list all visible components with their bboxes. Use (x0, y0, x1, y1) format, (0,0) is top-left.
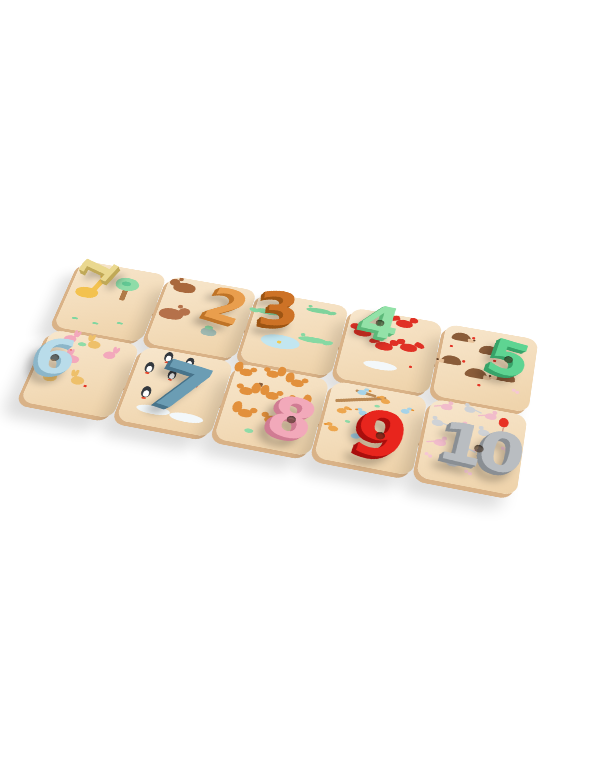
berry-icon (83, 385, 87, 388)
puzzle-tile-4[interactable]: 4 (334, 307, 443, 394)
rabbit-icon (87, 340, 102, 350)
number-piece-5[interactable]: 5 (481, 333, 536, 385)
bird-icon (336, 407, 347, 414)
snow-icon (362, 359, 397, 373)
penguin-icon (143, 361, 155, 373)
squirrel-icon (237, 408, 253, 419)
rabbit-icon (102, 351, 117, 360)
bear-icon (172, 281, 197, 294)
hedgehog-icon (441, 354, 463, 366)
giraffe-icon (74, 285, 100, 299)
number-piece-3[interactable]: 3 (256, 287, 301, 331)
puzzle-tile-9[interactable]: 9 (314, 381, 428, 477)
puzzle-board: 12345678910 (20, 260, 539, 496)
tree-icon (119, 288, 129, 300)
crocodile-icon (306, 306, 331, 315)
squirrel-icon (239, 368, 254, 377)
puzzle-tile-10[interactable]: 10 (416, 398, 528, 496)
squirrel-icon (266, 370, 280, 379)
berry-icon (477, 384, 481, 387)
puzzle-tile-3[interactable]: 3 (239, 292, 349, 377)
berry-icon (450, 345, 454, 348)
number-piece-9[interactable]: 9 (346, 402, 415, 469)
number-glyph: 3 (256, 287, 301, 331)
number-glyph: 2 (197, 282, 255, 331)
product-photo: 12345678910 (0, 0, 608, 760)
crocodile-icon (298, 335, 327, 345)
berry-icon (462, 360, 466, 363)
number-piece-2[interactable]: 2 (197, 282, 255, 331)
number-piece-10[interactable]: 10 (433, 415, 523, 481)
grass-icon (92, 322, 99, 325)
leaf-icon (345, 420, 351, 423)
puzzle-tile-5[interactable]: 5 (432, 324, 538, 413)
hedgehog-icon (451, 331, 472, 342)
bear-icon (157, 307, 185, 322)
flower-icon (424, 452, 429, 456)
bird-icon (327, 425, 338, 432)
squirrel-icon (238, 386, 253, 396)
puzzle-tile-8[interactable]: 8 (213, 363, 329, 457)
berry-icon (409, 365, 413, 368)
grass-icon (72, 317, 79, 320)
leaf-icon (244, 428, 254, 434)
grass-icon (117, 322, 124, 325)
fox-icon (399, 342, 418, 353)
